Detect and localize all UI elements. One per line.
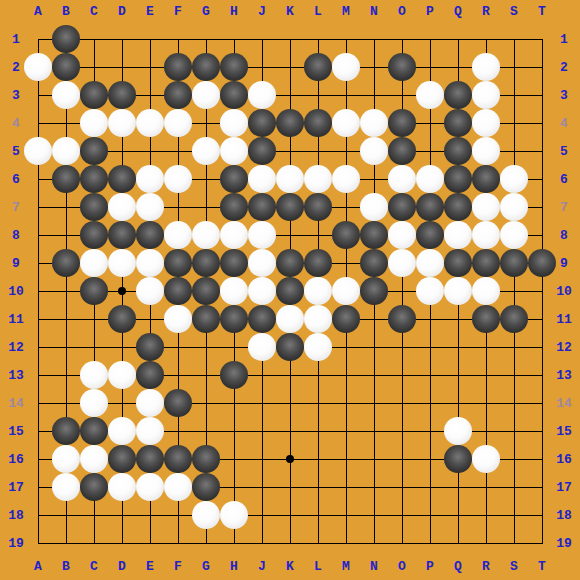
column-label-top-E: E [146,5,154,18]
black-stone-M11[interactable] [332,305,360,333]
black-stone-N9[interactable] [360,249,388,277]
black-stone-R9[interactable] [472,249,500,277]
black-stone-H13[interactable] [220,361,248,389]
column-label-top-L: L [314,5,322,18]
row-label-left-9: 9 [12,257,20,270]
star-point-K16 [286,455,294,463]
column-label-top-O: O [398,5,406,18]
row-label-left-2: 2 [12,61,20,74]
black-stone-Q5[interactable] [444,137,472,165]
white-stone-F11[interactable] [164,305,192,333]
white-stone-D9[interactable] [108,249,136,277]
white-stone-H5[interactable] [220,137,248,165]
black-stone-D11[interactable] [108,305,136,333]
row-label-left-12: 12 [8,341,24,354]
column-label-top-T: T [538,5,546,18]
black-stone-C10[interactable] [80,277,108,305]
black-stone-B2[interactable] [52,53,80,81]
white-stone-A2[interactable] [24,53,52,81]
white-stone-J3[interactable] [248,81,276,109]
star-point-D10 [118,287,126,295]
row-label-right-7: 7 [560,201,568,214]
black-stone-D8[interactable] [108,221,136,249]
white-stone-M10[interactable] [332,277,360,305]
white-stone-N5[interactable] [360,137,388,165]
row-label-right-1: 1 [560,33,568,46]
white-stone-E6[interactable] [136,165,164,193]
white-stone-R10[interactable] [472,277,500,305]
black-stone-C7[interactable] [80,193,108,221]
column-label-top-M: M [342,5,350,18]
column-label-bottom-M: M [342,560,350,573]
black-stone-J7[interactable] [248,193,276,221]
row-label-right-14: 14 [556,397,572,410]
row-label-right-19: 19 [556,537,572,550]
white-stone-D17[interactable] [108,473,136,501]
white-stone-D13[interactable] [108,361,136,389]
white-stone-R3[interactable] [472,81,500,109]
white-stone-Q10[interactable] [444,277,472,305]
white-stone-E17[interactable] [136,473,164,501]
row-label-right-6: 6 [560,173,568,186]
white-stone-F4[interactable] [164,109,192,137]
column-label-bottom-H: H [230,560,238,573]
row-label-left-15: 15 [8,425,24,438]
row-label-right-9: 9 [560,257,568,270]
black-stone-E12[interactable] [136,333,164,361]
white-stone-D4[interactable] [108,109,136,137]
white-stone-O8[interactable] [388,221,416,249]
white-stone-B17[interactable] [52,473,80,501]
white-stone-R16[interactable] [472,445,500,473]
white-stone-C16[interactable] [80,445,108,473]
black-stone-J5[interactable] [248,137,276,165]
black-stone-O11[interactable] [388,305,416,333]
row-label-right-11: 11 [556,313,572,326]
column-label-top-S: S [510,5,518,18]
black-stone-M8[interactable] [332,221,360,249]
white-stone-A5[interactable] [24,137,52,165]
white-stone-L11[interactable] [304,305,332,333]
black-stone-O5[interactable] [388,137,416,165]
white-stone-J10[interactable] [248,277,276,305]
white-stone-E7[interactable] [136,193,164,221]
black-stone-N8[interactable] [360,221,388,249]
white-stone-K6[interactable] [276,165,304,193]
black-stone-E16[interactable] [136,445,164,473]
column-label-bottom-F: F [174,560,182,573]
black-stone-T9[interactable] [528,249,556,277]
black-stone-Q3[interactable] [444,81,472,109]
white-stone-R5[interactable] [472,137,500,165]
white-stone-P10[interactable] [416,277,444,305]
column-label-top-R: R [482,5,490,18]
white-stone-L10[interactable] [304,277,332,305]
column-label-bottom-J: J [258,560,266,573]
black-stone-K9[interactable] [276,249,304,277]
row-label-left-4: 4 [12,117,20,130]
black-stone-O4[interactable] [388,109,416,137]
black-stone-B15[interactable] [52,417,80,445]
black-stone-Q7[interactable] [444,193,472,221]
row-label-left-6: 6 [12,173,20,186]
white-stone-B5[interactable] [52,137,80,165]
white-stone-H8[interactable] [220,221,248,249]
go-board: AABBCCDDEEFFGGHHJJKKLLMMNNOOPPQQRRSSTT11… [0,0,580,580]
white-stone-R8[interactable] [472,221,500,249]
black-stone-P7[interactable] [416,193,444,221]
black-stone-B1[interactable] [52,25,80,53]
white-stone-G3[interactable] [192,81,220,109]
white-stone-J9[interactable] [248,249,276,277]
white-stone-B16[interactable] [52,445,80,473]
white-stone-R7[interactable] [472,193,500,221]
column-label-top-D: D [118,5,126,18]
black-stone-K12[interactable] [276,333,304,361]
black-stone-L2[interactable] [304,53,332,81]
column-label-top-C: C [90,5,98,18]
column-label-bottom-Q: Q [454,560,462,573]
column-label-bottom-L: L [314,560,322,573]
black-stone-F14[interactable] [164,389,192,417]
white-stone-R2[interactable] [472,53,500,81]
white-stone-H18[interactable] [220,501,248,529]
white-stone-C13[interactable] [80,361,108,389]
row-label-right-16: 16 [556,453,572,466]
white-stone-C14[interactable] [80,389,108,417]
black-stone-R6[interactable] [472,165,500,193]
column-label-bottom-P: P [426,560,434,573]
black-stone-F3[interactable] [164,81,192,109]
column-label-bottom-R: R [482,560,490,573]
white-stone-G5[interactable] [192,137,220,165]
white-stone-K11[interactable] [276,305,304,333]
column-label-top-N: N [370,5,378,18]
black-stone-H3[interactable] [220,81,248,109]
black-stone-K10[interactable] [276,277,304,305]
black-stone-F9[interactable] [164,249,192,277]
row-label-left-5: 5 [12,145,20,158]
row-label-left-3: 3 [12,89,20,102]
column-label-bottom-T: T [538,560,546,573]
black-stone-J4[interactable] [248,109,276,137]
black-stone-R11[interactable] [472,305,500,333]
black-stone-O7[interactable] [388,193,416,221]
black-stone-B9[interactable] [52,249,80,277]
black-stone-E8[interactable] [136,221,164,249]
black-stone-C15[interactable] [80,417,108,445]
white-stone-R4[interactable] [472,109,500,137]
black-stone-K7[interactable] [276,193,304,221]
row-label-left-17: 17 [8,481,24,494]
white-stone-B3[interactable] [52,81,80,109]
black-stone-G9[interactable] [192,249,220,277]
white-stone-D7[interactable] [108,193,136,221]
column-label-bottom-O: O [398,560,406,573]
white-stone-L6[interactable] [304,165,332,193]
column-label-bottom-K: K [286,560,294,573]
white-stone-E14[interactable] [136,389,164,417]
column-label-bottom-N: N [370,560,378,573]
row-label-right-15: 15 [556,425,572,438]
white-stone-L12[interactable] [304,333,332,361]
white-stone-F6[interactable] [164,165,192,193]
black-stone-F10[interactable] [164,277,192,305]
row-label-right-18: 18 [556,509,572,522]
white-stone-N4[interactable] [360,109,388,137]
row-label-right-12: 12 [556,341,572,354]
white-stone-J12[interactable] [248,333,276,361]
black-stone-F16[interactable] [164,445,192,473]
black-stone-E13[interactable] [136,361,164,389]
row-label-right-10: 10 [556,285,572,298]
white-stone-E9[interactable] [136,249,164,277]
column-label-top-A: A [34,5,42,18]
black-stone-H6[interactable] [220,165,248,193]
white-stone-H10[interactable] [220,277,248,305]
white-stone-N7[interactable] [360,193,388,221]
white-stone-P3[interactable] [416,81,444,109]
black-stone-G16[interactable] [192,445,220,473]
white-stone-M2[interactable] [332,53,360,81]
white-stone-O9[interactable] [388,249,416,277]
black-stone-Q6[interactable] [444,165,472,193]
white-stone-S6[interactable] [500,165,528,193]
black-stone-H7[interactable] [220,193,248,221]
white-stone-F17[interactable] [164,473,192,501]
column-label-top-H: H [230,5,238,18]
white-stone-M4[interactable] [332,109,360,137]
white-stone-H4[interactable] [220,109,248,137]
white-stone-E10[interactable] [136,277,164,305]
white-stone-J6[interactable] [248,165,276,193]
row-label-right-8: 8 [560,229,568,242]
black-stone-D6[interactable] [108,165,136,193]
column-label-bottom-A: A [34,560,42,573]
black-stone-F2[interactable] [164,53,192,81]
black-stone-Q16[interactable] [444,445,472,473]
row-label-left-18: 18 [8,509,24,522]
row-label-left-8: 8 [12,229,20,242]
white-stone-M6[interactable] [332,165,360,193]
white-stone-C4[interactable] [80,109,108,137]
white-stone-G18[interactable] [192,501,220,529]
row-label-left-10: 10 [8,285,24,298]
black-stone-J11[interactable] [248,305,276,333]
row-label-left-19: 19 [8,537,24,550]
row-label-right-2: 2 [560,61,568,74]
column-label-bottom-B: B [62,560,70,573]
white-stone-S7[interactable] [500,193,528,221]
black-stone-H9[interactable] [220,249,248,277]
row-label-left-11: 11 [8,313,24,326]
black-stone-C5[interactable] [80,137,108,165]
column-label-bottom-S: S [510,560,518,573]
black-stone-H2[interactable] [220,53,248,81]
row-label-left-7: 7 [12,201,20,214]
white-stone-C9[interactable] [80,249,108,277]
column-label-top-J: J [258,5,266,18]
white-stone-J8[interactable] [248,221,276,249]
white-stone-G8[interactable] [192,221,220,249]
black-stone-K4[interactable] [276,109,304,137]
white-stone-O6[interactable] [388,165,416,193]
black-stone-C6[interactable] [80,165,108,193]
black-stone-L4[interactable] [304,109,332,137]
black-stone-D3[interactable] [108,81,136,109]
black-stone-G17[interactable] [192,473,220,501]
row-label-right-5: 5 [560,145,568,158]
white-stone-P6[interactable] [416,165,444,193]
black-stone-G10[interactable] [192,277,220,305]
row-label-left-14: 14 [8,397,24,410]
white-stone-P9[interactable] [416,249,444,277]
black-stone-C3[interactable] [80,81,108,109]
black-stone-S9[interactable] [500,249,528,277]
column-label-bottom-D: D [118,560,126,573]
column-label-bottom-E: E [146,560,154,573]
white-stone-Q8[interactable] [444,221,472,249]
row-label-left-13: 13 [8,369,24,382]
column-label-bottom-G: G [202,560,210,573]
black-stone-N10[interactable] [360,277,388,305]
row-label-left-16: 16 [8,453,24,466]
black-stone-G2[interactable] [192,53,220,81]
column-label-top-B: B [62,5,70,18]
black-stone-Q9[interactable] [444,249,472,277]
black-stone-L9[interactable] [304,249,332,277]
row-label-right-3: 3 [560,89,568,102]
black-stone-Q4[interactable] [444,109,472,137]
black-stone-G11[interactable] [192,305,220,333]
column-label-bottom-C: C [90,560,98,573]
white-stone-E15[interactable] [136,417,164,445]
row-label-left-1: 1 [12,33,20,46]
black-stone-P8[interactable] [416,221,444,249]
column-label-top-Q: Q [454,5,462,18]
black-stone-O2[interactable] [388,53,416,81]
white-stone-D15[interactable] [108,417,136,445]
white-stone-F8[interactable] [164,221,192,249]
black-stone-S11[interactable] [500,305,528,333]
row-label-right-4: 4 [560,117,568,130]
black-stone-L7[interactable] [304,193,332,221]
column-label-top-F: F [174,5,182,18]
black-stone-C17[interactable] [80,473,108,501]
row-label-right-13: 13 [556,369,572,382]
black-stone-B6[interactable] [52,165,80,193]
row-label-right-17: 17 [556,481,572,494]
black-stone-D16[interactable] [108,445,136,473]
white-stone-Q15[interactable] [444,417,472,445]
column-label-top-G: G [202,5,210,18]
column-label-top-P: P [426,5,434,18]
column-label-top-K: K [286,5,294,18]
white-stone-S8[interactable] [500,221,528,249]
white-stone-E4[interactable] [136,109,164,137]
black-stone-C8[interactable] [80,221,108,249]
black-stone-H11[interactable] [220,305,248,333]
